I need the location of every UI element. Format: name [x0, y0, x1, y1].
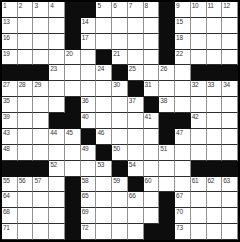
cell-r9c8[interactable] — [112, 129, 128, 145]
cell-r9c14[interactable] — [207, 129, 223, 145]
cell-r4c10[interactable] — [144, 50, 160, 66]
clue-number-29: 29 — [34, 81, 41, 88]
cell-r3c1[interactable]: 16 — [2, 34, 18, 50]
clue-number-53: 53 — [97, 161, 104, 168]
cell-r7c9[interactable]: 37 — [128, 97, 144, 113]
cell-r3c2[interactable] — [18, 34, 34, 50]
cell-r7c1[interactable]: 35 — [2, 97, 18, 113]
cell-r12c11[interactable] — [159, 177, 175, 193]
cell-r11c6[interactable] — [81, 161, 97, 177]
cell-r11c11[interactable] — [159, 161, 175, 177]
cell-r1c7[interactable]: 5 — [96, 2, 112, 18]
cell-r15c14[interactable] — [207, 224, 223, 240]
cell-r5c7[interactable]: 24 — [96, 65, 112, 81]
cell-r12c15[interactable]: 63 — [222, 177, 238, 193]
cell-r12c14[interactable]: 62 — [207, 177, 223, 193]
clue-number-9: 9 — [176, 2, 179, 9]
black-cell-r2c5 — [65, 18, 81, 34]
cell-r6c11[interactable] — [159, 81, 175, 97]
clue-number-68: 68 — [3, 208, 10, 215]
cell-r3c10[interactable] — [144, 34, 160, 50]
cell-r13c6[interactable]: 65 — [81, 192, 97, 208]
cell-r6c1[interactable]: 27 — [2, 81, 18, 97]
black-cell-r12c5 — [65, 177, 81, 193]
cell-r11c4[interactable]: 52 — [49, 161, 65, 177]
black-cell-r9c6 — [81, 129, 97, 145]
cell-r4c9[interactable] — [128, 50, 144, 66]
clue-number-21: 21 — [113, 50, 120, 57]
cell-r13c2[interactable] — [18, 192, 34, 208]
black-cell-r11c13 — [191, 161, 207, 177]
cell-r2c6[interactable]: 14 — [81, 18, 97, 34]
clue-number-37: 37 — [129, 97, 136, 104]
crossword-grid: 1234567891011121314151617181920212223242… — [0, 0, 240, 242]
clue-number-62: 62 — [208, 177, 215, 184]
cell-r5c12[interactable] — [175, 65, 191, 81]
cell-r5c4[interactable]: 23 — [49, 65, 65, 81]
cell-r13c9[interactable]: 66 — [128, 192, 144, 208]
cell-r6c4[interactable] — [49, 81, 65, 97]
cell-r14c9[interactable] — [128, 208, 144, 224]
clue-number-35: 35 — [3, 97, 10, 104]
black-cell-r8c11 — [159, 113, 175, 129]
cell-r14c14[interactable] — [207, 208, 223, 224]
black-cell-r11c8 — [112, 161, 128, 177]
cell-r9c1[interactable]: 43 — [2, 129, 18, 145]
cell-r8c1[interactable]: 39 — [2, 113, 18, 129]
cell-r10c15[interactable] — [222, 145, 238, 161]
clue-number-33: 33 — [208, 81, 215, 88]
cell-r14c3[interactable] — [33, 208, 49, 224]
cell-r12c7[interactable] — [96, 177, 112, 193]
black-cell-r1c6 — [81, 2, 97, 18]
cell-r4c3[interactable] — [33, 50, 49, 66]
cell-r15c13[interactable] — [191, 224, 207, 240]
cell-r4c6[interactable] — [81, 50, 97, 66]
cell-r1c10[interactable]: 8 — [144, 2, 160, 18]
cell-r12c1[interactable]: 55 — [2, 177, 18, 193]
cell-r1c14[interactable]: 11 — [207, 2, 223, 18]
clue-number-30: 30 — [113, 81, 120, 88]
black-cell-r5c3 — [33, 65, 49, 81]
cell-r14c7[interactable] — [96, 208, 112, 224]
cell-r2c10[interactable] — [144, 18, 160, 34]
cell-r8c10[interactable]: 41 — [144, 113, 160, 129]
cell-r8c14[interactable] — [207, 113, 223, 129]
cell-r5c5[interactable] — [65, 65, 81, 81]
cell-r7c7[interactable] — [96, 97, 112, 113]
cell-r8c13[interactable]: 42 — [191, 113, 207, 129]
cell-r3c9[interactable] — [128, 34, 144, 50]
clue-number-51: 51 — [160, 145, 167, 152]
cell-r13c15[interactable] — [222, 192, 238, 208]
cell-r3c3[interactable] — [33, 34, 49, 50]
cell-r4c12[interactable]: 22 — [175, 50, 191, 66]
clue-number-45: 45 — [66, 129, 73, 136]
clue-number-15: 15 — [176, 18, 183, 25]
cell-r3c14[interactable] — [207, 34, 223, 50]
clue-number-11: 11 — [208, 2, 214, 9]
cell-r6c2[interactable]: 28 — [18, 81, 34, 97]
cell-r7c11[interactable]: 38 — [159, 97, 175, 113]
cell-r14c12[interactable]: 70 — [175, 208, 191, 224]
clue-number-25: 25 — [129, 65, 136, 72]
cell-r12c3[interactable]: 57 — [33, 177, 49, 193]
cell-r9c7[interactable]: 46 — [96, 129, 112, 145]
clue-number-5: 5 — [97, 2, 100, 9]
black-cell-r5c13 — [191, 65, 207, 81]
clue-number-13: 13 — [3, 18, 10, 25]
cell-r14c13[interactable] — [191, 208, 207, 224]
cell-r13c3[interactable] — [33, 192, 49, 208]
cell-r11c5[interactable] — [65, 161, 81, 177]
cell-r7c2[interactable] — [18, 97, 34, 113]
clue-number-34: 34 — [223, 81, 230, 88]
cell-r6c13[interactable]: 32 — [191, 81, 207, 97]
black-cell-r11c15 — [222, 161, 238, 177]
black-cell-r14c11 — [159, 208, 175, 224]
black-cell-r3c11 — [159, 34, 175, 50]
cell-r3c6[interactable]: 17 — [81, 34, 97, 50]
cell-r9c12[interactable]: 47 — [175, 129, 191, 145]
cell-r14c2[interactable] — [18, 208, 34, 224]
cell-r7c8[interactable] — [112, 97, 128, 113]
cell-r13c4[interactable] — [49, 192, 65, 208]
clue-number-39: 39 — [3, 113, 10, 120]
cell-r13c1[interactable]: 64 — [2, 192, 18, 208]
cell-r12c4[interactable] — [49, 177, 65, 193]
cell-r2c8[interactable] — [112, 18, 128, 34]
cell-r7c15[interactable] — [222, 97, 238, 113]
black-cell-r8c12 — [175, 113, 191, 129]
cell-r14c15[interactable] — [222, 208, 238, 224]
cell-r12c2[interactable]: 56 — [18, 177, 34, 193]
cell-r13c7[interactable] — [96, 192, 112, 208]
cell-r15c15[interactable] — [222, 224, 238, 240]
clue-number-52: 52 — [50, 161, 57, 168]
clue-number-14: 14 — [82, 18, 89, 25]
clue-number-41: 41 — [145, 113, 152, 120]
cell-r1c4[interactable]: 4 — [49, 2, 65, 18]
clue-number-20: 20 — [66, 50, 73, 57]
clue-number-36: 36 — [82, 97, 89, 104]
cell-r1c2[interactable]: 2 — [18, 2, 34, 18]
black-cell-r9c11 — [159, 129, 175, 145]
clue-number-8: 8 — [145, 2, 148, 9]
cell-r3c13[interactable] — [191, 34, 207, 50]
clue-number-66: 66 — [129, 192, 136, 199]
black-cell-r14c5 — [65, 208, 81, 224]
cell-r2c3[interactable] — [33, 18, 49, 34]
cell-r11c10[interactable] — [144, 161, 160, 177]
cell-r4c13[interactable] — [191, 50, 207, 66]
cell-r10c8[interactable]: 50 — [112, 145, 128, 161]
cell-r8c3[interactable] — [33, 113, 49, 129]
cell-r6c7[interactable] — [96, 81, 112, 97]
clue-number-59: 59 — [113, 177, 120, 184]
cell-r5c10[interactable] — [144, 65, 160, 81]
cell-r1c1[interactable]: 1 — [2, 2, 18, 18]
clue-number-63: 63 — [223, 177, 230, 184]
cell-r3c4[interactable] — [49, 34, 65, 50]
cell-r4c2[interactable] — [18, 50, 34, 66]
black-cell-r4c11 — [159, 50, 175, 66]
clue-number-64: 64 — [3, 192, 10, 199]
cell-r15c12[interactable]: 73 — [175, 224, 191, 240]
clue-number-40: 40 — [82, 113, 89, 120]
cell-r1c9[interactable]: 7 — [128, 2, 144, 18]
cell-r8c8[interactable] — [112, 113, 128, 129]
clue-number-47: 47 — [176, 129, 183, 136]
cell-r2c2[interactable] — [18, 18, 34, 34]
cell-r3c12[interactable]: 18 — [175, 34, 191, 50]
cell-r15c6[interactable]: 72 — [81, 224, 97, 240]
cell-r2c12[interactable]: 15 — [175, 18, 191, 34]
cell-r4c8[interactable]: 21 — [112, 50, 128, 66]
black-cell-r15c10 — [144, 224, 160, 240]
clue-number-69: 69 — [82, 208, 89, 215]
clue-number-19: 19 — [3, 50, 10, 57]
cell-r13c12[interactable]: 67 — [175, 192, 191, 208]
cell-r13c14[interactable] — [207, 192, 223, 208]
cell-r1c15[interactable]: 12 — [222, 2, 238, 18]
cell-r12c8[interactable]: 59 — [112, 177, 128, 193]
cell-r7c14[interactable] — [207, 97, 223, 113]
clue-number-4: 4 — [50, 2, 53, 9]
clue-number-22: 22 — [176, 50, 183, 57]
cell-r7c3[interactable] — [33, 97, 49, 113]
cell-r10c12[interactable] — [175, 145, 191, 161]
clue-number-43: 43 — [3, 129, 10, 136]
black-cell-r13c5 — [65, 192, 81, 208]
cell-r12c10[interactable]: 60 — [144, 177, 160, 193]
black-cell-r5c1 — [2, 65, 18, 81]
cell-r6c10[interactable]: 31 — [144, 81, 160, 97]
cell-r4c14[interactable] — [207, 50, 223, 66]
black-cell-r1c11 — [159, 2, 175, 18]
cell-r2c13[interactable] — [191, 18, 207, 34]
crossword-puzzle: 1234567891011121314151617181920212223242… — [0, 0, 240, 242]
cell-r1c13[interactable]: 10 — [191, 2, 207, 18]
cell-r8c6[interactable]: 40 — [81, 113, 97, 129]
cell-r10c10[interactable] — [144, 145, 160, 161]
clue-number-12: 12 — [223, 2, 230, 9]
clue-number-57: 57 — [34, 177, 41, 184]
cell-r15c1[interactable]: 71 — [2, 224, 18, 240]
cell-r8c9[interactable] — [128, 113, 144, 129]
clue-number-1: 1 — [3, 2, 6, 9]
cell-r6c5[interactable] — [65, 81, 81, 97]
clue-number-46: 46 — [97, 129, 104, 136]
cell-r9c5[interactable]: 45 — [65, 129, 81, 145]
cell-r6c14[interactable]: 33 — [207, 81, 223, 97]
clue-number-61: 61 — [192, 177, 199, 184]
cell-r4c15[interactable] — [222, 50, 238, 66]
black-cell-r5c14 — [207, 65, 223, 81]
cell-r11c12[interactable] — [175, 161, 191, 177]
cell-r12c13[interactable]: 61 — [191, 177, 207, 193]
cell-r14c4[interactable] — [49, 208, 65, 224]
clue-number-72: 72 — [82, 224, 89, 231]
clue-number-73: 73 — [176, 224, 183, 231]
cell-r5c11[interactable]: 26 — [159, 65, 175, 81]
clue-number-54: 54 — [129, 161, 136, 168]
cell-r2c15[interactable] — [222, 18, 238, 34]
black-cell-r11c14 — [207, 161, 223, 177]
clue-number-48: 48 — [3, 145, 10, 152]
black-cell-r4c7 — [96, 50, 112, 66]
cell-r6c3[interactable]: 29 — [33, 81, 49, 97]
cell-r10c5[interactable] — [65, 145, 81, 161]
clue-number-50: 50 — [113, 145, 120, 152]
clue-number-18: 18 — [176, 34, 183, 41]
clue-number-65: 65 — [82, 192, 89, 199]
cell-r9c2[interactable] — [18, 129, 34, 145]
clue-number-56: 56 — [19, 177, 26, 184]
cell-r2c7[interactable] — [96, 18, 112, 34]
black-cell-r11c3 — [33, 161, 49, 177]
clue-number-42: 42 — [192, 113, 199, 120]
cell-r4c5[interactable]: 20 — [65, 50, 81, 66]
cell-r12c6[interactable]: 58 — [81, 177, 97, 193]
cell-r15c2[interactable] — [18, 224, 34, 240]
clue-number-70: 70 — [176, 208, 183, 215]
black-cell-r13c11 — [159, 192, 175, 208]
cell-r11c7[interactable]: 53 — [96, 161, 112, 177]
black-cell-r8c5 — [65, 113, 81, 129]
black-cell-r7c10 — [144, 97, 160, 113]
cell-r5c9[interactable]: 25 — [128, 65, 144, 81]
clue-number-44: 44 — [50, 129, 57, 136]
clue-number-27: 27 — [3, 81, 10, 88]
cell-r2c4[interactable] — [49, 18, 65, 34]
clue-number-55: 55 — [3, 177, 10, 184]
clue-number-60: 60 — [145, 177, 152, 184]
clue-number-17: 17 — [82, 34, 89, 41]
cell-r13c13[interactable] — [191, 192, 207, 208]
cell-r13c10[interactable] — [144, 192, 160, 208]
cell-r15c7[interactable] — [96, 224, 112, 240]
clue-number-16: 16 — [3, 34, 10, 41]
cell-r7c6[interactable]: 36 — [81, 97, 97, 113]
clue-number-28: 28 — [19, 81, 26, 88]
black-cell-r2c11 — [159, 18, 175, 34]
cell-r13c8[interactable] — [112, 192, 128, 208]
black-cell-r5c2 — [18, 65, 34, 81]
black-cell-r15c5 — [65, 224, 81, 240]
cell-r6c12[interactable] — [175, 81, 191, 97]
clue-number-49: 49 — [82, 145, 89, 152]
cell-r10c2[interactable] — [18, 145, 34, 161]
cell-r3c7[interactable] — [96, 34, 112, 50]
black-cell-r11c1 — [2, 161, 18, 177]
cell-r15c4[interactable] — [49, 224, 65, 240]
clue-number-38: 38 — [160, 97, 167, 104]
black-cell-r5c15 — [222, 65, 238, 81]
clue-number-71: 71 — [3, 224, 10, 231]
cell-r1c12[interactable]: 9 — [175, 2, 191, 18]
cell-r1c8[interactable]: 6 — [112, 2, 128, 18]
cell-r15c9[interactable] — [128, 224, 144, 240]
cell-r9c3[interactable] — [33, 129, 49, 145]
cell-r9c9[interactable] — [128, 129, 144, 145]
clue-number-10: 10 — [192, 2, 199, 9]
clue-number-58: 58 — [82, 177, 89, 184]
cell-r9c4[interactable]: 44 — [49, 129, 65, 145]
cell-r10c6[interactable]: 49 — [81, 145, 97, 161]
cell-r12c12[interactable] — [175, 177, 191, 193]
cell-r1c3[interactable]: 3 — [33, 2, 49, 18]
cell-r10c11[interactable]: 51 — [159, 145, 175, 161]
cell-r7c4[interactable] — [49, 97, 65, 113]
clue-number-2: 2 — [19, 2, 22, 9]
clue-number-31: 31 — [145, 81, 152, 88]
cell-r14c6[interactable]: 69 — [81, 208, 97, 224]
cell-r10c3[interactable] — [33, 145, 49, 161]
cell-r9c10[interactable] — [144, 129, 160, 145]
black-cell-r3c5 — [65, 34, 81, 50]
black-cell-r11c2 — [18, 161, 34, 177]
cell-r14c8[interactable] — [112, 208, 128, 224]
cell-r7c12[interactable] — [175, 97, 191, 113]
cell-r3c15[interactable] — [222, 34, 238, 50]
clue-number-32: 32 — [192, 81, 199, 88]
black-cell-r8c4 — [49, 113, 65, 129]
clue-number-24: 24 — [97, 65, 104, 72]
cell-r2c14[interactable] — [207, 18, 223, 34]
cell-r6c15[interactable]: 34 — [222, 81, 238, 97]
cell-r6c6[interactable] — [81, 81, 97, 97]
cell-r14c10[interactable] — [144, 208, 160, 224]
cell-r9c13[interactable] — [191, 129, 207, 145]
cell-r8c7[interactable] — [96, 113, 112, 129]
cell-r9c15[interactable] — [222, 129, 238, 145]
black-cell-r15c11 — [159, 224, 175, 240]
cell-r10c14[interactable] — [207, 145, 223, 161]
clue-number-7: 7 — [129, 2, 132, 9]
clue-number-26: 26 — [160, 65, 167, 72]
cell-r11c9[interactable]: 54 — [128, 161, 144, 177]
cell-r10c13[interactable] — [191, 145, 207, 161]
cell-r6c8[interactable]: 30 — [112, 81, 128, 97]
cell-r4c4[interactable] — [49, 50, 65, 66]
black-cell-r10c7 — [96, 145, 112, 161]
cell-r8c2[interactable] — [18, 113, 34, 129]
cell-r15c8[interactable] — [112, 224, 128, 240]
cell-r8c15[interactable] — [222, 113, 238, 129]
cell-r2c9[interactable] — [128, 18, 144, 34]
cell-r5c6[interactable] — [81, 65, 97, 81]
black-cell-r12c9 — [128, 177, 144, 193]
clue-number-3: 3 — [34, 2, 37, 9]
cell-r10c1[interactable]: 48 — [2, 145, 18, 161]
cell-r14c1[interactable]: 68 — [2, 208, 18, 224]
clue-number-6: 6 — [113, 2, 116, 9]
cell-r10c4[interactable] — [49, 145, 65, 161]
cell-r7c13[interactable] — [191, 97, 207, 113]
black-cell-r5c8 — [112, 65, 128, 81]
cell-r3c8[interactable] — [112, 34, 128, 50]
cell-r15c3[interactable] — [33, 224, 49, 240]
cell-r2c1[interactable]: 13 — [2, 18, 18, 34]
cell-r4c1[interactable]: 19 — [2, 50, 18, 66]
black-cell-r6c9 — [128, 81, 144, 97]
clue-number-23: 23 — [50, 65, 57, 72]
black-cell-r7c5 — [65, 97, 81, 113]
clue-number-67: 67 — [176, 192, 183, 199]
cell-r10c9[interactable] — [128, 145, 144, 161]
black-cell-r1c5 — [65, 2, 81, 18]
